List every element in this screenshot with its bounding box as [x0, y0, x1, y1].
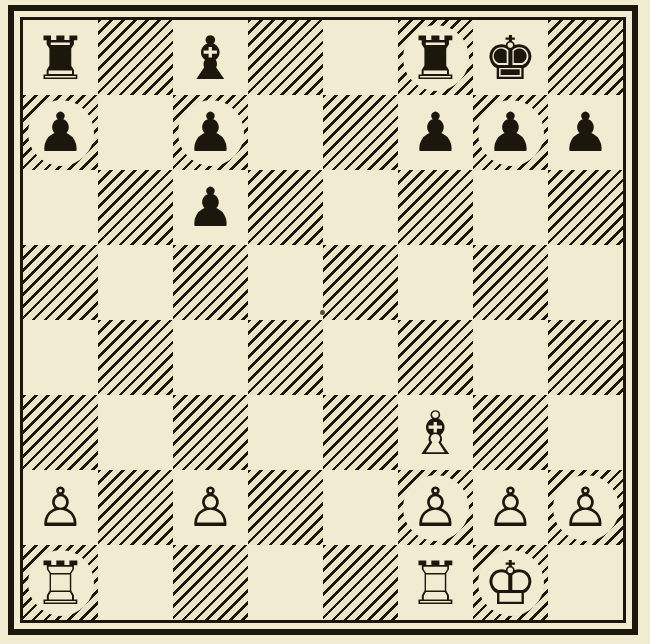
square-c2[interactable]: ♙ — [173, 470, 248, 545]
square-f5[interactable] — [398, 245, 473, 320]
piece-black-bishop: ♝ — [178, 25, 244, 91]
square-b3[interactable] — [98, 395, 173, 470]
square-g1[interactable]: ♔ — [473, 545, 548, 620]
square-b8[interactable] — [98, 20, 173, 95]
square-a5[interactable] — [23, 245, 98, 320]
piece-black-rook: ♜ — [28, 25, 94, 91]
square-f4[interactable] — [398, 320, 473, 395]
piece-white-pawn: ♙ — [478, 475, 544, 541]
piece-black-pawn: ♟ — [28, 100, 94, 166]
square-a8[interactable]: ♜ — [23, 20, 98, 95]
square-g4[interactable] — [473, 320, 548, 395]
square-f3[interactable]: ♗ — [398, 395, 473, 470]
square-b7[interactable] — [98, 95, 173, 170]
square-b4[interactable] — [98, 320, 173, 395]
square-h6[interactable] — [548, 170, 623, 245]
inner-frame: ♜♝♜♚♟♟♟♟♟♟♗♙♙♙♙♙♖♖♔ — [20, 17, 626, 623]
square-e3[interactable] — [323, 395, 398, 470]
square-c8[interactable]: ♝ — [173, 20, 248, 95]
square-b1[interactable] — [98, 545, 173, 620]
square-h3[interactable] — [548, 395, 623, 470]
square-a3[interactable] — [23, 395, 98, 470]
square-e2[interactable] — [323, 470, 398, 545]
piece-white-bishop: ♗ — [403, 400, 469, 466]
piece-white-rook: ♖ — [403, 550, 469, 616]
square-b6[interactable] — [98, 170, 173, 245]
piece-white-pawn: ♙ — [403, 475, 469, 541]
square-c5[interactable] — [173, 245, 248, 320]
piece-white-rook: ♖ — [28, 550, 94, 616]
square-a1[interactable]: ♖ — [23, 545, 98, 620]
piece-black-pawn: ♟ — [478, 100, 544, 166]
piece-black-king: ♚ — [478, 25, 544, 91]
square-a7[interactable]: ♟ — [23, 95, 98, 170]
square-d6[interactable] — [248, 170, 323, 245]
square-g6[interactable] — [473, 170, 548, 245]
square-d8[interactable] — [248, 20, 323, 95]
square-e5[interactable] — [323, 245, 398, 320]
chess-board: ♜♝♜♚♟♟♟♟♟♟♗♙♙♙♙♙♖♖♔ — [23, 20, 623, 620]
square-a6[interactable] — [23, 170, 98, 245]
outer-frame: ♜♝♜♚♟♟♟♟♟♟♗♙♙♙♙♙♖♖♔ — [8, 5, 638, 635]
piece-white-pawn: ♙ — [178, 475, 244, 541]
square-b2[interactable] — [98, 470, 173, 545]
square-a4[interactable] — [23, 320, 98, 395]
square-c6[interactable]: ♟ — [173, 170, 248, 245]
square-c7[interactable]: ♟ — [173, 95, 248, 170]
piece-black-pawn: ♟ — [403, 100, 469, 166]
piece-white-pawn: ♙ — [553, 475, 619, 541]
square-e6[interactable] — [323, 170, 398, 245]
square-g8[interactable]: ♚ — [473, 20, 548, 95]
square-e8[interactable] — [323, 20, 398, 95]
piece-black-pawn: ♟ — [553, 100, 619, 166]
piece-black-rook: ♜ — [403, 25, 469, 91]
square-h5[interactable] — [548, 245, 623, 320]
square-c4[interactable] — [173, 320, 248, 395]
square-d3[interactable] — [248, 395, 323, 470]
square-e1[interactable] — [323, 545, 398, 620]
square-d1[interactable] — [248, 545, 323, 620]
piece-black-pawn: ♟ — [178, 100, 244, 166]
square-h4[interactable] — [548, 320, 623, 395]
square-g3[interactable] — [473, 395, 548, 470]
square-b5[interactable] — [98, 245, 173, 320]
square-h7[interactable]: ♟ — [548, 95, 623, 170]
square-e7[interactable] — [323, 95, 398, 170]
square-c1[interactable] — [173, 545, 248, 620]
square-g2[interactable]: ♙ — [473, 470, 548, 545]
square-f1[interactable]: ♖ — [398, 545, 473, 620]
piece-white-pawn: ♙ — [28, 475, 94, 541]
square-d2[interactable] — [248, 470, 323, 545]
square-e4[interactable] — [323, 320, 398, 395]
square-h2[interactable]: ♙ — [548, 470, 623, 545]
square-d4[interactable] — [248, 320, 323, 395]
square-f7[interactable]: ♟ — [398, 95, 473, 170]
square-h1[interactable] — [548, 545, 623, 620]
square-a2[interactable]: ♙ — [23, 470, 98, 545]
square-c3[interactable] — [173, 395, 248, 470]
square-d7[interactable] — [248, 95, 323, 170]
square-d5[interactable] — [248, 245, 323, 320]
piece-black-pawn: ♟ — [178, 175, 244, 241]
piece-white-king: ♔ — [478, 550, 544, 616]
square-g5[interactable] — [473, 245, 548, 320]
square-h8[interactable] — [548, 20, 623, 95]
square-f6[interactable] — [398, 170, 473, 245]
square-g7[interactable]: ♟ — [473, 95, 548, 170]
square-f2[interactable]: ♙ — [398, 470, 473, 545]
square-f8[interactable]: ♜ — [398, 20, 473, 95]
